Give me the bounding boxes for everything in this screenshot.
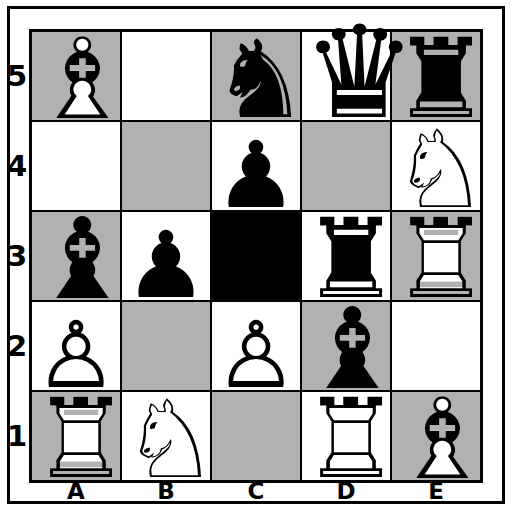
piece-black-pawn: ♟	[122, 220, 210, 312]
square-b5[interactable]	[122, 32, 210, 120]
file-label-b: B	[121, 481, 211, 501]
rank-label-5: 5	[6, 60, 28, 92]
piece-black-rook: ♜	[392, 24, 480, 134]
piece-black-knight: ♞	[212, 26, 300, 134]
square-c5[interactable]: ♞	[212, 32, 300, 120]
square-a2[interactable]: ♟♙	[32, 302, 120, 390]
chess-board: ♝♗♞♛♜♟♞♘♝♟♜♜♖♟♙♟♙♝♜♖♞♘♜♖♝♗	[29, 29, 483, 483]
square-d1[interactable]: ♜♖	[302, 392, 390, 480]
square-b4[interactable]	[122, 122, 210, 210]
piece-fill-layer: ♞	[392, 116, 480, 224]
file-label-a: A	[31, 481, 121, 501]
square-b3[interactable]: ♟	[122, 212, 210, 300]
square-b1[interactable]: ♞♘	[122, 392, 210, 480]
square-c4[interactable]: ♟	[212, 122, 300, 210]
square-c1[interactable]	[212, 392, 300, 480]
piece-white-rook: ♜♖	[392, 204, 480, 314]
square-b2[interactable]	[122, 302, 210, 390]
piece-fill-layer: ♟	[212, 310, 300, 402]
piece-fill-layer: ♜	[392, 204, 480, 314]
piece-white-bishop: ♝♗	[32, 23, 120, 135]
file-label-c: C	[211, 481, 301, 501]
file-label-e: E	[391, 481, 481, 501]
square-e2[interactable]	[392, 302, 480, 390]
piece-black-bishop: ♝	[302, 293, 390, 405]
piece-black-rook: ♜	[302, 204, 390, 314]
square-d2[interactable]: ♝	[302, 302, 390, 390]
rank-label-1: 1	[6, 420, 28, 452]
square-d3[interactable]: ♜	[302, 212, 390, 300]
square-a4[interactable]	[32, 122, 120, 210]
rank-label-3: 3	[6, 240, 28, 272]
square-d4[interactable]	[302, 122, 390, 210]
file-label-d: D	[301, 481, 391, 501]
square-a1[interactable]: ♜♖	[32, 392, 120, 480]
square-a5[interactable]: ♝♗	[32, 32, 120, 120]
piece-black-pawn: ♟	[212, 130, 300, 222]
square-d5[interactable]: ♛	[302, 32, 390, 120]
square-a3[interactable]: ♝	[32, 212, 120, 300]
square-e4[interactable]: ♞♘	[392, 122, 480, 210]
piece-white-knight: ♞♘	[392, 116, 480, 224]
piece-fill-layer: ♟	[32, 310, 120, 402]
rank-label-4: 4	[6, 150, 28, 182]
square-e1[interactable]: ♝♗	[392, 392, 480, 480]
piece-black-bishop: ♝	[32, 203, 120, 315]
piece-white-pawn: ♟♙	[32, 310, 120, 402]
rank-label-2: 2	[6, 330, 28, 362]
square-e5[interactable]: ♜	[392, 32, 480, 120]
square-c2[interactable]: ♟♙	[212, 302, 300, 390]
square-c3[interactable]	[212, 212, 300, 300]
piece-fill-layer: ♝	[32, 23, 120, 135]
piece-white-pawn: ♟♙	[212, 310, 300, 402]
square-e3[interactable]: ♜♖	[392, 212, 480, 300]
